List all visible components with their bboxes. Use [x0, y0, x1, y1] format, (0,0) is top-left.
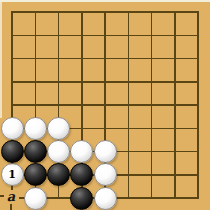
point-label-text: a: [7, 190, 15, 203]
go-board: a1: [0, 0, 210, 210]
white-stone: [24, 117, 47, 140]
black-stone: [70, 187, 93, 210]
white-stone: [47, 140, 70, 163]
black-stone: [70, 163, 93, 186]
white-stone: [24, 187, 47, 210]
image-edge-highlight-top: [0, 0, 210, 2]
move-number: 1: [8, 169, 16, 181]
white-stone: [94, 163, 117, 186]
white-stone: [70, 140, 93, 163]
black-stone: [1, 140, 24, 163]
black-stone: [47, 163, 70, 186]
white-stone: [47, 117, 70, 140]
move-1-stone: 1: [1, 163, 24, 186]
grid-line-vertical: [151, 11, 153, 199]
grid-line-vertical: [197, 11, 199, 199]
grid-line-stub: [0, 195, 4, 197]
black-stone: [24, 140, 47, 163]
black-stone: [24, 163, 47, 186]
white-stone: [1, 117, 24, 140]
grid-line-stub: [10, 204, 12, 210]
image-edge-highlight-left: [0, 0, 2, 118]
grid-line-vertical: [128, 11, 130, 199]
point-label-a: a: [4, 190, 19, 204]
white-stone: [94, 140, 117, 163]
white-stone: [94, 187, 117, 210]
grid-line-vertical: [174, 11, 176, 199]
